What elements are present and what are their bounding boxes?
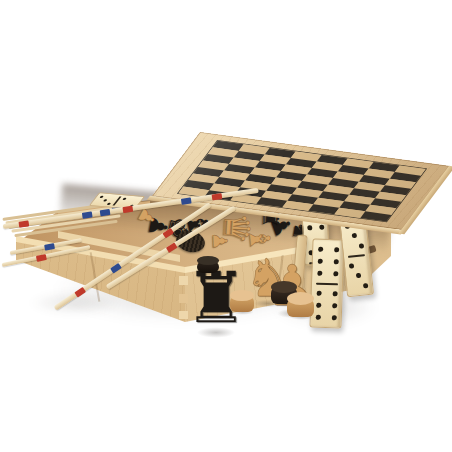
product-photo-wooden-game-set: ♟♝♛♝♟♞♜♟♟♚ ♜♞♟	[0, 0, 452, 452]
pip-slot	[105, 202, 113, 205]
domino-pip	[334, 247, 339, 252]
domino-pip	[106, 202, 111, 205]
pip-slot	[357, 230, 364, 241]
domino-pip	[332, 303, 337, 308]
natural-checker-disc	[287, 299, 314, 317]
domino-pip	[333, 271, 338, 276]
domino-pip	[317, 258, 322, 263]
domino-pip	[332, 291, 337, 296]
pip-slot	[332, 255, 340, 267]
disc-top	[271, 281, 297, 293]
pip-slot	[330, 300, 338, 312]
pip-slot	[362, 280, 369, 291]
disc-top	[197, 256, 219, 265]
domino-pip	[359, 243, 364, 248]
domino-pip	[348, 263, 353, 268]
domino-pip	[356, 273, 361, 278]
domino-pip	[307, 225, 312, 230]
pip-slot	[332, 243, 340, 255]
domino-half	[344, 256, 373, 296]
natural-checker-disc	[230, 296, 254, 312]
pip-slot	[330, 288, 338, 300]
domino-pip	[333, 259, 338, 264]
pip-slot	[358, 240, 365, 251]
domino-pip	[352, 233, 357, 238]
domino-pip	[318, 246, 323, 251]
pip-slot	[330, 312, 338, 324]
domino-pip	[363, 283, 368, 288]
domino-pip	[331, 316, 336, 321]
domino-pip	[317, 271, 322, 276]
disc-top	[287, 292, 314, 305]
black-checker-disc	[197, 261, 219, 273]
pip-slot	[361, 270, 368, 281]
piled-piece: ♟	[210, 232, 231, 251]
disc-top	[230, 290, 254, 302]
pip-slot	[331, 267, 339, 279]
pip-slot	[360, 259, 367, 270]
domino-pip	[319, 224, 324, 229]
